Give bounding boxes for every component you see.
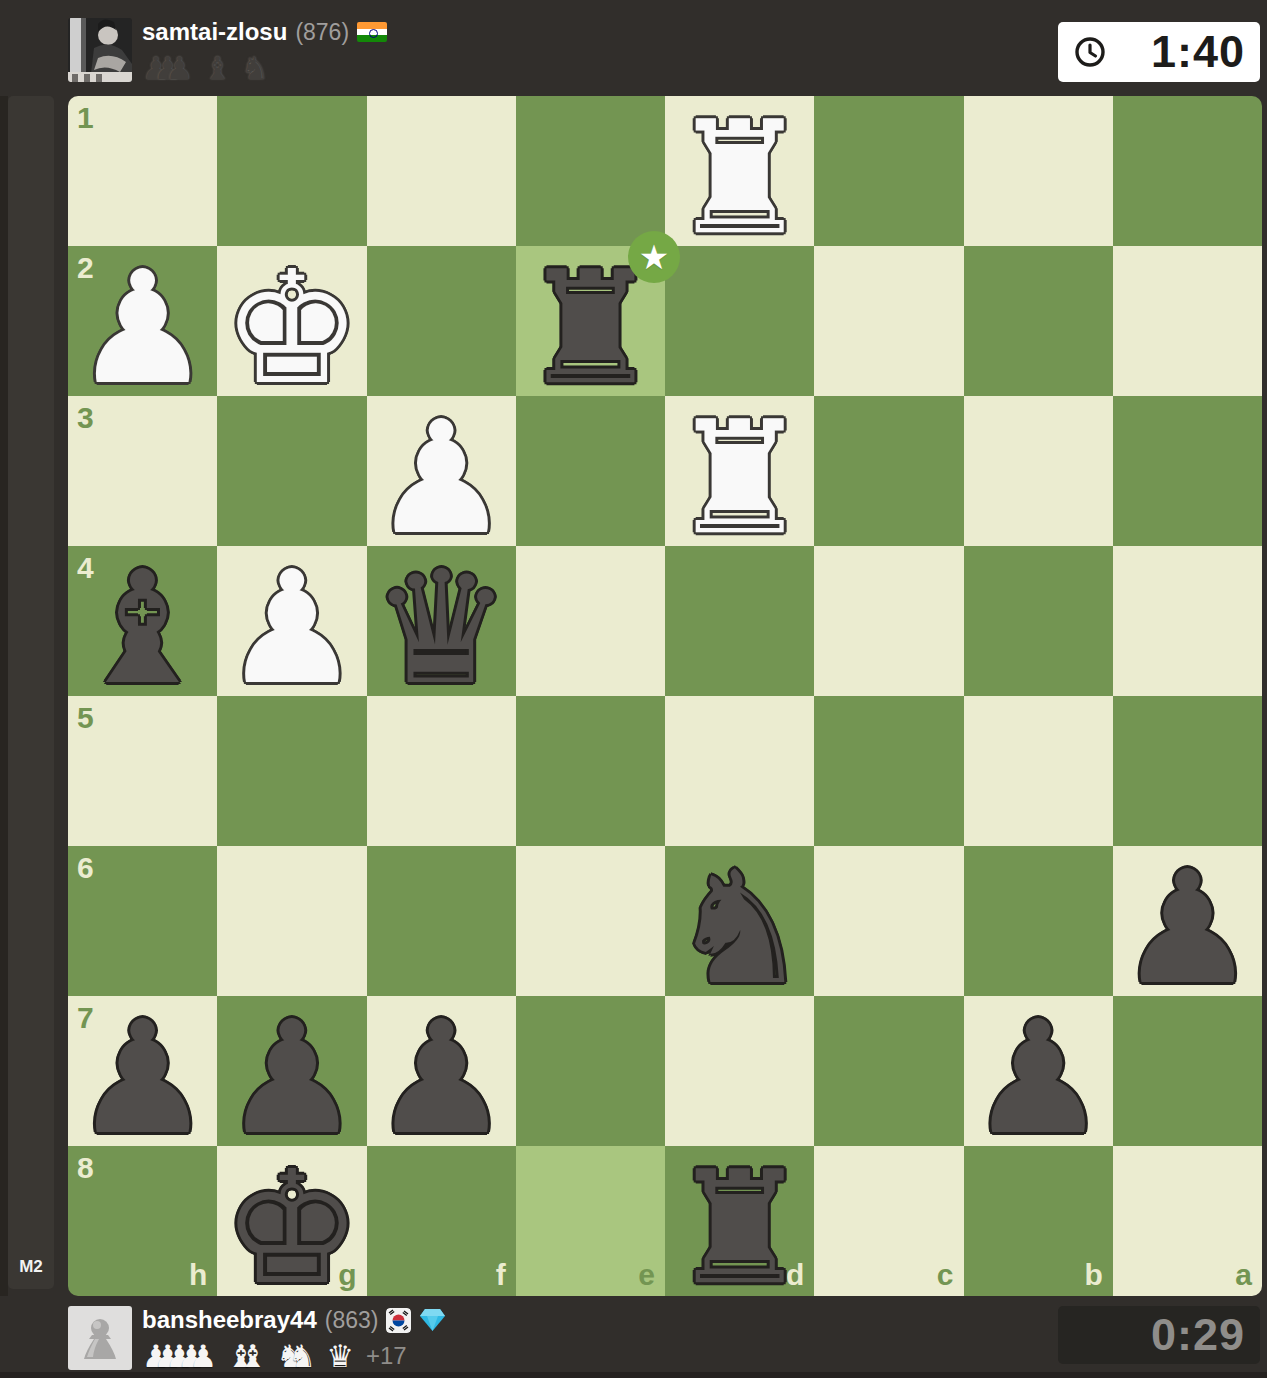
top-player-avatar[interactable] (68, 18, 132, 82)
square-h3[interactable]: 3 (68, 396, 217, 546)
left-gutter (0, 96, 8, 1296)
india-flag-icon (357, 22, 387, 42)
bottom-edge-strip (0, 1372, 1267, 1378)
black-pawn-piece[interactable]: ♟ (367, 1003, 516, 1153)
square-b3[interactable] (964, 396, 1113, 546)
captured-piece-icon: ♝ (203, 53, 231, 83)
square-d5[interactable] (665, 696, 814, 846)
square-c7[interactable] (814, 996, 963, 1146)
square-g6[interactable] (217, 846, 366, 996)
square-g7[interactable]: ♟ (217, 996, 366, 1146)
black-pawn-piece[interactable]: ♟ (964, 1003, 1113, 1153)
south-korea-flag-icon (386, 1308, 411, 1333)
square-e3[interactable] (516, 396, 665, 546)
square-e1[interactable] (516, 96, 665, 246)
captured-piece-icon: ♞ (288, 1341, 316, 1371)
square-a4[interactable] (1113, 546, 1262, 696)
captured-white-queen-group: ♛ (326, 1341, 354, 1371)
chess-board[interactable]: 1♜2♟♚♜★3♟♜4♝♟♛56♞♟7♟♟♟♟8hg♚fed♜cba (68, 96, 1262, 1296)
square-f6[interactable] (367, 846, 516, 996)
square-f2[interactable] (367, 246, 516, 396)
top-player-username[interactable]: samtai-zlosu (142, 16, 287, 48)
square-c1[interactable] (814, 96, 963, 246)
square-b7[interactable]: ♟ (964, 996, 1113, 1146)
file-label-e: e (638, 1258, 655, 1292)
square-g5[interactable] (217, 696, 366, 846)
rank-label-8: 8 (77, 1151, 94, 1185)
square-g8[interactable]: g♚ (217, 1146, 366, 1296)
square-e6[interactable] (516, 846, 665, 996)
white-rook-piece[interactable]: ♜ (665, 403, 814, 553)
square-a3[interactable] (1113, 396, 1262, 546)
square-b2[interactable] (964, 246, 1113, 396)
bottom-player-username[interactable]: bansheebray44 (142, 1304, 317, 1336)
square-h7[interactable]: 7♟ (68, 996, 217, 1146)
square-g3[interactable] (217, 396, 366, 546)
square-c3[interactable] (814, 396, 963, 546)
square-e8[interactable]: e (516, 1146, 665, 1296)
captured-piece-icon: ♛ (326, 1341, 354, 1371)
square-f8[interactable]: f (367, 1146, 516, 1296)
square-f7[interactable]: ♟ (367, 996, 516, 1146)
captured-piece-icon: ♟ (166, 53, 194, 83)
evaluation-bar: M2 (8, 96, 54, 1289)
square-h8[interactable]: 8h (68, 1146, 217, 1296)
square-f1[interactable] (367, 96, 516, 246)
captured-piece-icon: ♝ (239, 1341, 267, 1371)
best-move-star-icon: ★ (628, 231, 680, 283)
square-a2[interactable] (1113, 246, 1262, 396)
square-c8[interactable]: c (814, 1146, 963, 1296)
square-d1[interactable]: ♜ (665, 96, 814, 246)
captured-black-pawn-group: ♟♟♟ (142, 53, 193, 83)
black-queen-piece[interactable]: ♛ (367, 553, 516, 703)
captured-white-pawn-group: ♟♟♟♟♟ (142, 1341, 217, 1371)
square-d4[interactable] (665, 546, 814, 696)
square-b5[interactable] (964, 696, 1113, 846)
square-h1[interactable]: 1 (68, 96, 217, 246)
square-e5[interactable] (516, 696, 665, 846)
black-pawn-piece[interactable]: ♟ (1113, 853, 1262, 1003)
square-h2[interactable]: 2♟ (68, 246, 217, 396)
square-b1[interactable] (964, 96, 1113, 246)
captured-white-bishop-group: ♝♝ (227, 1341, 267, 1371)
default-pawn-avatar (68, 1306, 132, 1370)
white-rook-piece[interactable]: ♜ (665, 103, 814, 253)
square-a5[interactable] (1113, 696, 1262, 846)
square-h4[interactable]: 4♝ (68, 546, 217, 696)
square-f4[interactable]: ♛ (367, 546, 516, 696)
square-e4[interactable] (516, 546, 665, 696)
square-a8[interactable]: a (1113, 1146, 1262, 1296)
file-label-c: c (937, 1258, 954, 1292)
square-a7[interactable] (1113, 996, 1262, 1146)
square-e2[interactable]: ♜★ (516, 246, 665, 396)
file-label-h: h (189, 1258, 207, 1292)
captured-white-knight-group: ♞♞ (277, 1341, 317, 1371)
square-g4[interactable]: ♟ (217, 546, 366, 696)
player-photo (68, 18, 132, 82)
material-advantage: +17 (366, 1342, 407, 1370)
file-label-a: a (1235, 1258, 1252, 1292)
square-a6[interactable]: ♟ (1113, 846, 1262, 996)
bottom-player-captured-pieces: ♟♟♟♟♟♝♝♞♞♛+17 (142, 1340, 446, 1372)
square-g2[interactable]: ♚ (217, 246, 366, 396)
white-pawn-piece[interactable]: ♟ (367, 403, 516, 553)
file-label-f: f (496, 1258, 506, 1292)
bottom-player-clock: 0:29 (1058, 1306, 1260, 1364)
diamond-membership-icon (419, 1308, 446, 1332)
top-player-rating: (876) (295, 16, 349, 48)
captured-black-knight-group: ♞ (241, 53, 269, 83)
square-g1[interactable] (217, 96, 366, 246)
square-d7[interactable] (665, 996, 814, 1146)
bottom-clock-time: 0:29 (1058, 1309, 1260, 1361)
square-a1[interactable] (1113, 96, 1262, 246)
top-player-clock: 1:40 (1058, 22, 1260, 82)
rank-label-1: 1 (77, 101, 94, 135)
captured-piece-icon: ♟ (189, 1341, 217, 1371)
square-c4[interactable] (814, 546, 963, 696)
square-h5[interactable]: 5 (68, 696, 217, 846)
top-clock-time: 1:40 (1107, 26, 1260, 78)
square-c5[interactable] (814, 696, 963, 846)
square-f5[interactable] (367, 696, 516, 846)
top-player-captured-pieces: ♟♟♟♝♞ (142, 52, 387, 84)
rank-label-3: 3 (77, 401, 94, 435)
square-h6[interactable]: 6 (68, 846, 217, 996)
clock-icon (1073, 35, 1107, 69)
square-c2[interactable] (814, 246, 963, 396)
black-knight-piece[interactable]: ♞ (665, 853, 814, 1003)
square-d3[interactable]: ♜ (665, 396, 814, 546)
square-d2[interactable] (665, 246, 814, 396)
bottom-player-rating: (863) (325, 1304, 379, 1336)
square-d6[interactable]: ♞ (665, 846, 814, 996)
black-pawn-piece[interactable]: ♟ (68, 1003, 217, 1153)
captured-black-bishop-group: ♝ (203, 53, 231, 83)
rank-label-6: 6 (77, 851, 94, 885)
square-f3[interactable]: ♟ (367, 396, 516, 546)
square-d8[interactable]: d♜ (665, 1146, 814, 1296)
square-b4[interactable] (964, 546, 1113, 696)
square-e7[interactable] (516, 996, 665, 1146)
black-king-piece[interactable]: ♚ (217, 1153, 366, 1296)
file-label-b: b (1084, 1258, 1102, 1292)
square-c6[interactable] (814, 846, 963, 996)
black-bishop-piece[interactable]: ♝ (68, 553, 217, 703)
rank-label-5: 5 (77, 701, 94, 735)
black-rook-piece[interactable]: ♜ (665, 1153, 814, 1296)
square-b8[interactable]: b (964, 1146, 1113, 1296)
evaluation-label: M2 (8, 1257, 54, 1277)
white-king-piece[interactable]: ♚ (217, 253, 366, 403)
black-pawn-piece[interactable]: ♟ (217, 1003, 366, 1153)
white-pawn-piece[interactable]: ♟ (68, 253, 217, 403)
bottom-player-avatar[interactable] (68, 1306, 132, 1370)
square-b6[interactable] (964, 846, 1113, 996)
white-pawn-piece[interactable]: ♟ (217, 553, 366, 703)
captured-piece-icon: ♞ (241, 53, 269, 83)
